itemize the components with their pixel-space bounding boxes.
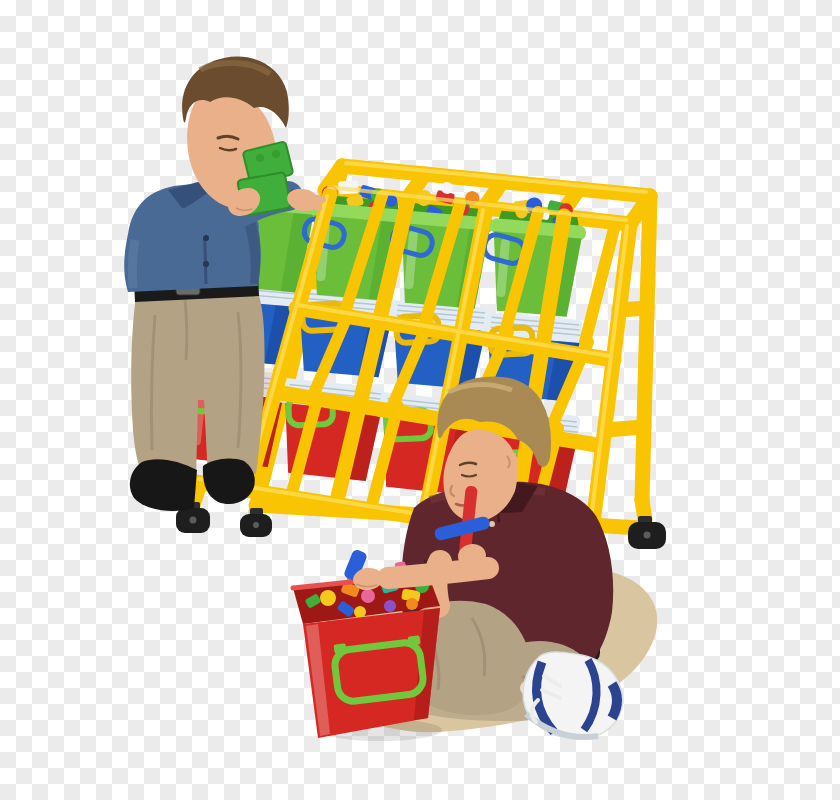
toy-piece xyxy=(384,600,396,612)
scene-photo xyxy=(0,0,840,800)
caster-hub xyxy=(644,532,651,539)
polo-button xyxy=(489,521,495,527)
toy-piece xyxy=(361,589,375,603)
toy-piece xyxy=(320,590,336,606)
right-rear-post xyxy=(642,196,650,500)
toy-piece xyxy=(354,606,366,618)
photo-stage xyxy=(0,0,840,800)
shirt-highlight xyxy=(132,240,135,288)
shirt-button xyxy=(203,261,209,267)
block-stud xyxy=(272,150,280,158)
handle-mount xyxy=(334,643,347,653)
far-forearm xyxy=(388,568,488,578)
sneaker-heel-patch xyxy=(612,684,617,718)
crease xyxy=(185,300,187,360)
caster-hub xyxy=(190,517,197,524)
toy-piece xyxy=(406,598,418,610)
block-stud xyxy=(256,154,264,162)
handle-mount xyxy=(408,635,421,645)
caster-hub xyxy=(253,522,259,528)
